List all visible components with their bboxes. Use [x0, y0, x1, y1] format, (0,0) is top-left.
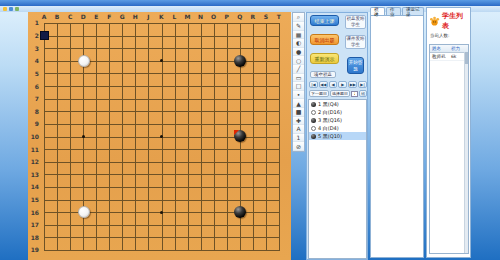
cross-icon[interactable]: ✚	[293, 117, 304, 126]
black-stone-icon[interactable]: ●	[293, 48, 304, 57]
white-stone-D16[interactable]	[78, 206, 90, 218]
nav-button[interactable]: |◀	[309, 81, 318, 88]
black-stone-icon	[311, 134, 316, 139]
last-move-marker	[234, 130, 239, 135]
pen-icon[interactable]: ✎	[293, 22, 304, 31]
student-table-header: 姓名棋力	[430, 45, 468, 53]
tab-课堂记录[interactable]: 课堂记录	[402, 7, 424, 15]
tab-棋谱[interactable]: 棋谱	[370, 7, 385, 15]
menu-icon[interactable]	[15, 7, 19, 11]
app-window: ABCDEFGHJKLMNOPQRST 12345678910111213141…	[0, 0, 500, 260]
black-stone-icon	[311, 118, 316, 123]
star-point	[160, 211, 163, 214]
demo-again-button[interactable]: 重新演示	[310, 53, 339, 64]
select-problem-button[interactable]: 选择题目	[330, 90, 350, 97]
prev-problem-button[interactable]: 下一题目	[309, 90, 329, 97]
move-number-input[interactable]	[351, 91, 358, 97]
student-list-title: 学生列表	[442, 11, 468, 31]
jump-row: 下一题目 选择题目 转	[309, 90, 367, 97]
black-stone-icon	[311, 102, 316, 107]
send-board-button[interactable]: 棋盘发给学生	[345, 15, 366, 29]
student-col-header: 棋力	[449, 45, 468, 52]
nav-button[interactable]: ▶|	[358, 81, 367, 88]
center-panel: 棋谱作业课堂记录	[370, 7, 424, 258]
class-buttons-area: 结束上课 取消出题 重新演示 清空棋盘 棋盘发给学生 课件发给学生 开始答题	[307, 13, 367, 79]
line-icon[interactable]: ╱	[293, 65, 304, 74]
board-icon[interactable]: ▦	[293, 31, 304, 40]
move-navigation-bar: |◀◀◀◀▶▶▶▶|	[309, 81, 367, 88]
eraser-icon[interactable]: ▭	[293, 74, 304, 83]
move-list-item[interactable]: 1 黑(Q4)	[309, 100, 366, 108]
menu-icon[interactable]	[3, 7, 7, 11]
nav-button[interactable]: ◀	[329, 81, 338, 88]
white-stone-icon	[311, 110, 316, 115]
student-table: 姓名棋力 教师机6k	[429, 44, 469, 254]
student-list-panel: 学生列表 当前人数: 姓名棋力 教师机6k	[426, 7, 471, 258]
move-list-item[interactable]: 2 白(D16)	[309, 108, 366, 116]
star-point	[160, 135, 163, 138]
rect-icon[interactable]: □	[293, 82, 304, 91]
control-panel: 结束上课 取消出题 重新演示 清空棋盘 棋盘发给学生 课件发给学生 开始答题 |…	[306, 12, 368, 260]
triangle-icon[interactable]: ▲	[293, 99, 304, 108]
letter-icon[interactable]: A	[293, 125, 304, 134]
menu-icons	[3, 7, 19, 11]
tab-content-area	[370, 15, 424, 258]
clear-icon[interactable]: ⊘	[293, 142, 304, 151]
move-list-item[interactable]: 3 黑(Q16)	[309, 116, 366, 124]
move-list-item[interactable]: 4 白(D4)	[309, 124, 366, 132]
board-stones-grid[interactable]	[38, 17, 286, 257]
black-stone-Q4[interactable]	[234, 55, 246, 67]
go-board[interactable]: ABCDEFGHJKLMNOPQRST 12345678910111213141…	[28, 12, 291, 260]
student-row[interactable]: 教师机6k	[430, 53, 468, 61]
tab-作业[interactable]: 作业	[386, 7, 401, 15]
white-stone-D4[interactable]	[78, 55, 90, 67]
move-list-item[interactable]: 5 黑(Q10)	[309, 132, 366, 140]
square-marker-A2[interactable]	[40, 31, 49, 40]
menu-icon[interactable]	[9, 7, 13, 11]
student-col-header: 姓名	[430, 45, 449, 52]
black-stone-Q16[interactable]	[234, 206, 246, 218]
clear-board-button[interactable]: 清空棋盘	[310, 71, 336, 78]
student-count-label: 当前人数:	[427, 32, 470, 40]
end-class-button[interactable]: 结束上课	[310, 15, 339, 26]
zoom-icon[interactable]: ⌕	[293, 13, 304, 22]
send-file-button[interactable]: 课件发给学生	[345, 35, 366, 49]
jump-go-button[interactable]: 转	[359, 90, 367, 97]
number-icon[interactable]: 1	[293, 134, 304, 143]
nav-button[interactable]: ▶▶	[348, 81, 357, 88]
student-panel-header: 学生列表	[427, 8, 470, 32]
annotation-toolbar: ⌕✎▦◐●○╱▭□•▲■✚A1⊘	[292, 12, 305, 152]
cancel-problem-button[interactable]: 取消出题	[310, 34, 339, 45]
white-stone-icon[interactable]: ○	[293, 56, 304, 65]
start-answer-button[interactable]: 开始答题	[347, 57, 364, 74]
white-stone-icon	[311, 126, 316, 131]
center-tabs: 棋谱作业课堂记录	[370, 7, 424, 15]
star-point	[82, 135, 85, 138]
square-mark-icon[interactable]: ■	[293, 108, 304, 117]
half-stone-icon[interactable]: ◐	[293, 39, 304, 48]
star-point	[160, 59, 163, 62]
dot-icon[interactable]: •	[293, 91, 304, 100]
paw-logo-icon	[429, 15, 440, 27]
student-table-scrollbar[interactable]	[464, 52, 468, 253]
move-list[interactable]: 1 黑(Q4)2 白(D16)3 黑(Q16)4 白(D4)5 黑(Q10)	[308, 99, 367, 259]
nav-button[interactable]: ▶	[338, 81, 347, 88]
nav-button[interactable]: ◀◀	[319, 81, 328, 88]
